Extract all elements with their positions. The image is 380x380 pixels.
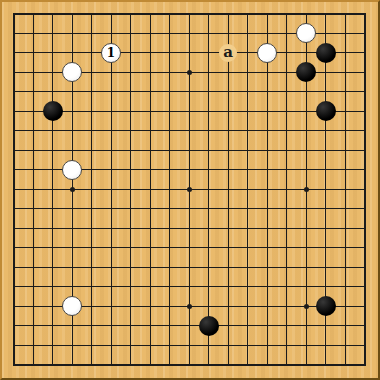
- white-stone-D11: [62, 160, 82, 180]
- white-stone-F17: 1: [101, 43, 121, 63]
- board-intersections: 1a: [4, 4, 375, 375]
- go-board-diagram: 1a: [0, 0, 380, 380]
- black-stone-C14: [43, 101, 63, 121]
- white-stone-O17: [257, 43, 277, 63]
- white-stone-D4: [62, 296, 82, 316]
- move-number-label: 1: [107, 47, 115, 59]
- go-board[interactable]: 1a: [0, 0, 380, 380]
- black-stone-L3: [199, 316, 219, 336]
- black-stone-R14: [316, 101, 336, 121]
- point-label-a[interactable]: a: [219, 44, 237, 62]
- white-stone-D16: [62, 62, 82, 82]
- black-stone-Q16: [296, 62, 316, 82]
- black-stone-R4: [316, 296, 336, 316]
- black-stone-R17: [316, 43, 336, 63]
- white-stone-Q18: [296, 23, 316, 43]
